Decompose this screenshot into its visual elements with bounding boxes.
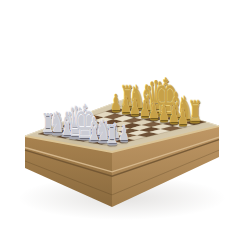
piece-white-pawn-h2[interactable]: ♟	[119, 122, 129, 143]
piece-black-pawn-h7[interactable]: ♟	[178, 106, 189, 128]
pieces-layer: ♜♞♟♝♟♛♟♚♟♝♟♞♟♜♟♟♟♟♟♜♟♞♟♝♟♛♟♚♝♟♞♜	[0, 0, 240, 240]
chess-set-product-photo: ♜♞♟♝♟♛♟♚♟♝♟♞♟♜♟♟♟♟♟♜♟♞♟♝♟♛♟♚♝♟♞♜	[0, 0, 240, 240]
piece-black-rook-h8[interactable]: ♜	[188, 98, 202, 126]
piece-white-rook-h1[interactable]: ♜	[106, 121, 119, 147]
